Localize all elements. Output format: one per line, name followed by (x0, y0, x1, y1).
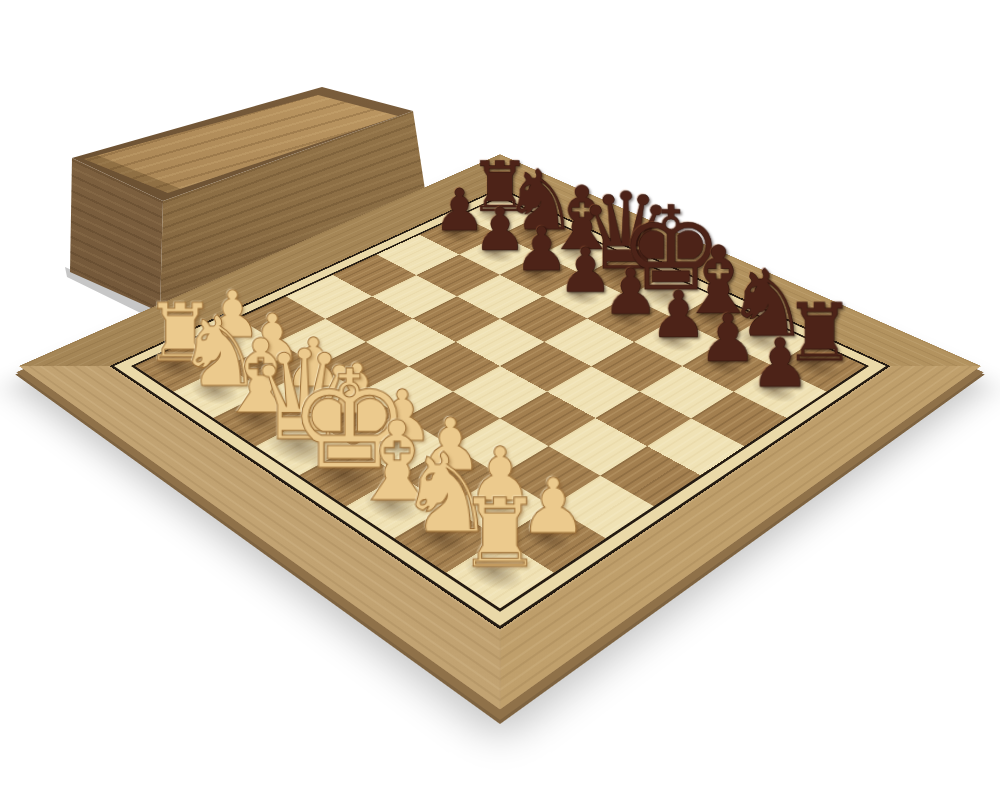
chess-board: ♜♞♝♛♚♝♞♜♟♟♟♟♟♟♟♟♟♟♟♟♟♟♟♟♜♞♝♛♚♝♞♜ (19, 154, 981, 709)
piece-black-pawn[interactable]: ♟ (688, 330, 872, 398)
board-perspective: ♜♞♝♛♚♝♞♜♟♟♟♟♟♟♟♟♟♟♟♟♟♟♟♟♜♞♝♛♚♝♞♜ (0, 0, 1000, 800)
square-h7[interactable]: ♟ (733, 366, 826, 418)
scene: ♜♞♝♛♚♝♞♜♟♟♟♟♟♟♟♟♟♟♟♟♟♟♟♟♜♞♝♛♚♝♞♜ (0, 0, 1000, 800)
piece-white-rook[interactable]: ♜ (393, 486, 607, 581)
square-h1[interactable]: ♜ (446, 538, 554, 608)
board-grid: ♜♞♝♛♚♝♞♜♟♟♟♟♟♟♟♟♟♟♟♟♟♟♟♟♜♞♝♛♚♝♞♜ (135, 198, 865, 609)
